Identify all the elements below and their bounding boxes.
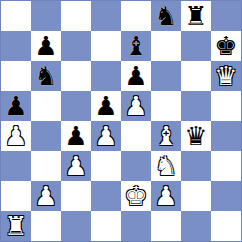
black-knight-f8[interactable]: ♞ [154, 1, 177, 31]
square-e2[interactable]: ♚ [121, 181, 151, 211]
square-e1[interactable] [121, 211, 151, 241]
square-h5[interactable] [211, 91, 241, 121]
square-a2[interactable] [1, 181, 31, 211]
black-pawn-d5[interactable]: ♟ [94, 91, 117, 121]
white-pawn-a4[interactable]: ♟ [4, 121, 27, 151]
square-f1[interactable] [151, 211, 181, 241]
square-c1[interactable] [61, 211, 91, 241]
square-c2[interactable] [61, 181, 91, 211]
square-h4[interactable] [211, 121, 241, 151]
square-f4[interactable]: ♝ [151, 121, 181, 151]
square-b5[interactable] [31, 91, 61, 121]
white-pawn-c3[interactable]: ♟ [64, 151, 87, 181]
black-pawn-e6[interactable]: ♟ [124, 61, 147, 91]
square-e4[interactable] [121, 121, 151, 151]
square-f7[interactable] [151, 31, 181, 61]
square-f2[interactable]: ♟ [151, 181, 181, 211]
square-h7[interactable]: ♚ [211, 31, 241, 61]
black-queen-g4[interactable]: ♛ [184, 121, 207, 151]
square-c3[interactable]: ♟ [61, 151, 91, 181]
black-bishop-e7[interactable]: ♝ [124, 31, 147, 61]
black-king-h7[interactable]: ♚ [214, 31, 237, 61]
square-g6[interactable] [181, 61, 211, 91]
black-knight-b6[interactable]: ♞ [34, 61, 57, 91]
square-g1[interactable] [181, 211, 211, 241]
square-a1[interactable]: ♜ [1, 211, 31, 241]
white-pawn-d4[interactable]: ♟ [94, 121, 117, 151]
square-c7[interactable] [61, 31, 91, 61]
square-d3[interactable] [91, 151, 121, 181]
white-king-e2[interactable]: ♚ [124, 181, 147, 211]
square-b4[interactable] [31, 121, 61, 151]
square-d1[interactable] [91, 211, 121, 241]
square-d7[interactable] [91, 31, 121, 61]
white-knight-f3[interactable]: ♞ [154, 151, 177, 181]
square-e7[interactable]: ♝ [121, 31, 151, 61]
square-a8[interactable] [1, 1, 31, 31]
white-pawn-f2[interactable]: ♟ [154, 181, 177, 211]
square-f3[interactable]: ♞ [151, 151, 181, 181]
square-d2[interactable] [91, 181, 121, 211]
square-f8[interactable]: ♞ [151, 1, 181, 31]
white-pawn-e5[interactable]: ♟ [124, 91, 147, 121]
square-e6[interactable]: ♟ [121, 61, 151, 91]
square-h6[interactable]: ♛ [211, 61, 241, 91]
square-c8[interactable] [61, 1, 91, 31]
square-b3[interactable] [31, 151, 61, 181]
chess-board-frame: ♞♜♟♝♚♞♟♛♟♟♟♟♟♟♝♛♟♞♟♚♟♜ [0, 0, 242, 242]
square-d4[interactable]: ♟ [91, 121, 121, 151]
chess-board: ♞♜♟♝♚♞♟♛♟♟♟♟♟♟♝♛♟♞♟♚♟♜ [1, 1, 241, 241]
square-h8[interactable] [211, 1, 241, 31]
square-c4[interactable]: ♟ [61, 121, 91, 151]
square-a7[interactable] [1, 31, 31, 61]
square-g4[interactable]: ♛ [181, 121, 211, 151]
square-d8[interactable] [91, 1, 121, 31]
square-g5[interactable] [181, 91, 211, 121]
square-g3[interactable] [181, 151, 211, 181]
square-c6[interactable] [61, 61, 91, 91]
black-pawn-b7[interactable]: ♟ [34, 31, 57, 61]
white-rook-a1[interactable]: ♜ [4, 211, 27, 241]
white-queen-h6[interactable]: ♛ [214, 61, 237, 91]
square-b8[interactable] [31, 1, 61, 31]
square-a3[interactable] [1, 151, 31, 181]
black-pawn-c4[interactable]: ♟ [64, 121, 87, 151]
square-a6[interactable] [1, 61, 31, 91]
white-bishop-f4[interactable]: ♝ [154, 121, 177, 151]
black-pawn-a5[interactable]: ♟ [4, 91, 27, 121]
square-d5[interactable]: ♟ [91, 91, 121, 121]
square-a4[interactable]: ♟ [1, 121, 31, 151]
square-b6[interactable]: ♞ [31, 61, 61, 91]
square-e8[interactable] [121, 1, 151, 31]
square-e3[interactable] [121, 151, 151, 181]
square-h3[interactable] [211, 151, 241, 181]
square-g2[interactable] [181, 181, 211, 211]
square-a5[interactable]: ♟ [1, 91, 31, 121]
black-rook-g8[interactable]: ♜ [184, 1, 207, 31]
white-pawn-b2[interactable]: ♟ [34, 181, 57, 211]
square-h2[interactable] [211, 181, 241, 211]
square-b7[interactable]: ♟ [31, 31, 61, 61]
square-f5[interactable] [151, 91, 181, 121]
square-b2[interactable]: ♟ [31, 181, 61, 211]
square-f6[interactable] [151, 61, 181, 91]
square-g8[interactable]: ♜ [181, 1, 211, 31]
square-h1[interactable] [211, 211, 241, 241]
square-g7[interactable] [181, 31, 211, 61]
square-b1[interactable] [31, 211, 61, 241]
square-d6[interactable] [91, 61, 121, 91]
square-c5[interactable] [61, 91, 91, 121]
square-e5[interactable]: ♟ [121, 91, 151, 121]
